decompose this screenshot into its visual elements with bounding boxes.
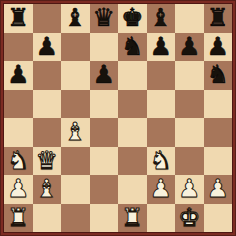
square-g6[interactable] (175, 61, 204, 90)
square-c2[interactable] (61, 175, 90, 204)
square-d6[interactable]: ♟ (90, 61, 119, 90)
square-h4[interactable] (204, 118, 233, 147)
square-d4[interactable] (90, 118, 119, 147)
white-rook: ♜ (7, 203, 29, 232)
square-h1[interactable] (204, 204, 233, 233)
chess-board: ♜♝♛♚♝♜♟♞♟♟♟♟♟♞♝♞♛♞♟♝♟♟♟♜♜♚ (4, 4, 232, 232)
square-f7[interactable]: ♟ (147, 33, 176, 62)
black-pawn: ♟ (178, 32, 200, 61)
square-a8[interactable]: ♜ (4, 4, 33, 33)
white-knight: ♞ (7, 146, 29, 175)
square-f6[interactable] (147, 61, 176, 90)
square-g4[interactable] (175, 118, 204, 147)
square-d8[interactable]: ♛ (90, 4, 119, 33)
black-pawn: ♟ (7, 61, 29, 90)
square-e4[interactable] (118, 118, 147, 147)
square-d2[interactable] (90, 175, 119, 204)
square-a3[interactable]: ♞ (4, 147, 33, 176)
black-knight: ♞ (207, 61, 229, 90)
square-e5[interactable] (118, 90, 147, 119)
black-pawn: ♟ (93, 61, 115, 90)
square-b3[interactable]: ♛ (33, 147, 62, 176)
square-g2[interactable]: ♟ (175, 175, 204, 204)
white-pawn: ♟ (207, 175, 229, 204)
chess-board-frame: ♜♝♛♚♝♜♟♞♟♟♟♟♟♞♝♞♛♞♟♝♟♟♟♜♜♚ (0, 0, 236, 236)
square-b2[interactable]: ♝ (33, 175, 62, 204)
black-king: ♚ (121, 4, 143, 33)
black-pawn: ♟ (207, 32, 229, 61)
black-bishop: ♝ (150, 4, 172, 33)
square-f4[interactable] (147, 118, 176, 147)
square-h2[interactable]: ♟ (204, 175, 233, 204)
square-e1[interactable]: ♜ (118, 204, 147, 233)
square-e7[interactable]: ♞ (118, 33, 147, 62)
white-king: ♚ (178, 203, 200, 232)
square-h5[interactable] (204, 90, 233, 119)
square-f8[interactable]: ♝ (147, 4, 176, 33)
square-d1[interactable] (90, 204, 119, 233)
black-pawn: ♟ (150, 32, 172, 61)
square-g1[interactable]: ♚ (175, 204, 204, 233)
square-a7[interactable] (4, 33, 33, 62)
square-b1[interactable] (33, 204, 62, 233)
square-h8[interactable]: ♜ (204, 4, 233, 33)
square-a1[interactable]: ♜ (4, 204, 33, 233)
square-f3[interactable]: ♞ (147, 147, 176, 176)
square-e6[interactable] (118, 61, 147, 90)
square-a2[interactable]: ♟ (4, 175, 33, 204)
square-c4[interactable]: ♝ (61, 118, 90, 147)
square-a4[interactable] (4, 118, 33, 147)
black-queen: ♛ (93, 4, 115, 33)
square-b5[interactable] (33, 90, 62, 119)
square-e2[interactable] (118, 175, 147, 204)
white-knight: ♞ (150, 146, 172, 175)
square-d3[interactable] (90, 147, 119, 176)
square-h6[interactable]: ♞ (204, 61, 233, 90)
square-d7[interactable] (90, 33, 119, 62)
square-g7[interactable]: ♟ (175, 33, 204, 62)
square-h7[interactable]: ♟ (204, 33, 233, 62)
square-c8[interactable]: ♝ (61, 4, 90, 33)
square-c7[interactable] (61, 33, 90, 62)
white-rook: ♜ (121, 203, 143, 232)
square-b8[interactable] (33, 4, 62, 33)
black-knight: ♞ (121, 32, 143, 61)
square-b4[interactable] (33, 118, 62, 147)
square-f1[interactable] (147, 204, 176, 233)
white-bishop: ♝ (64, 118, 86, 147)
white-pawn: ♟ (178, 175, 200, 204)
square-b6[interactable] (33, 61, 62, 90)
square-g8[interactable] (175, 4, 204, 33)
square-e3[interactable] (118, 147, 147, 176)
square-f5[interactable] (147, 90, 176, 119)
black-rook: ♜ (7, 4, 29, 33)
white-pawn: ♟ (7, 175, 29, 204)
square-a6[interactable]: ♟ (4, 61, 33, 90)
black-pawn: ♟ (36, 32, 58, 61)
square-e8[interactable]: ♚ (118, 4, 147, 33)
square-a5[interactable] (4, 90, 33, 119)
square-b7[interactable]: ♟ (33, 33, 62, 62)
black-bishop: ♝ (64, 4, 86, 33)
white-pawn: ♟ (150, 175, 172, 204)
square-d5[interactable] (90, 90, 119, 119)
square-g5[interactable] (175, 90, 204, 119)
square-c5[interactable] (61, 90, 90, 119)
square-f2[interactable]: ♟ (147, 175, 176, 204)
black-rook: ♜ (207, 4, 229, 33)
square-c1[interactable] (61, 204, 90, 233)
white-bishop: ♝ (36, 175, 58, 204)
square-c6[interactable] (61, 61, 90, 90)
square-c3[interactable] (61, 147, 90, 176)
square-g3[interactable] (175, 147, 204, 176)
square-h3[interactable] (204, 147, 233, 176)
white-queen: ♛ (36, 146, 58, 175)
